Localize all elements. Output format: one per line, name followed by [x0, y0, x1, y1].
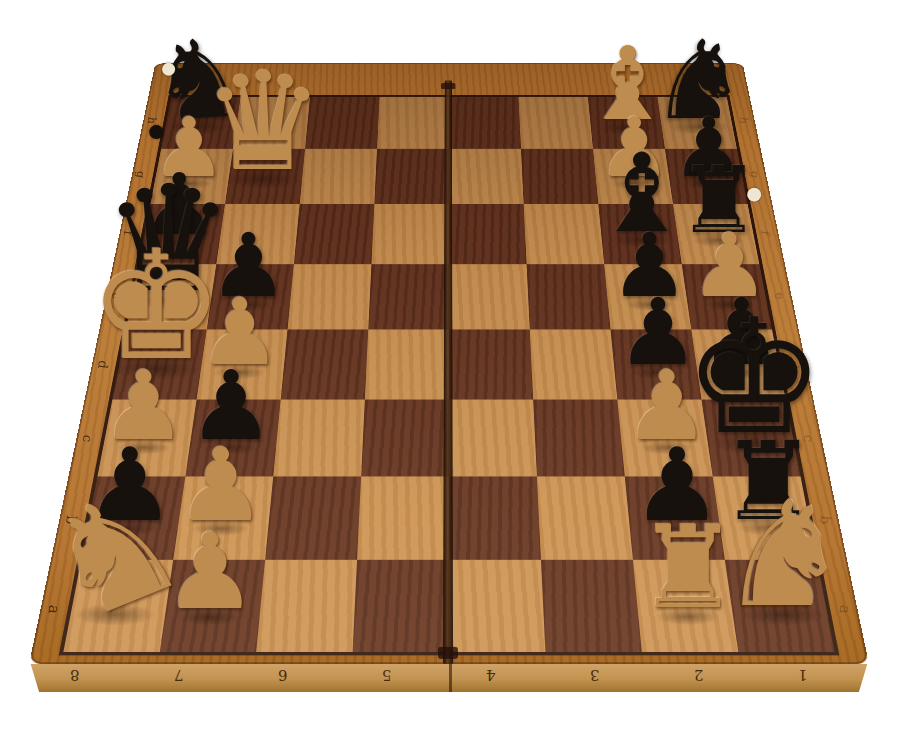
rank-label-4: 4	[486, 667, 496, 682]
rank-label-3: 3	[590, 667, 600, 682]
hinge-icon	[438, 647, 458, 659]
pawn-glyph: ♟	[163, 525, 257, 622]
square-b3[interactable]	[537, 476, 633, 560]
piece-shadow	[656, 608, 720, 625]
finial-ball-icon	[747, 188, 761, 202]
square-e5[interactable]	[368, 264, 449, 329]
square-g3[interactable]	[521, 148, 598, 204]
square-h4[interactable]	[449, 97, 521, 149]
square-c4[interactable]	[449, 400, 537, 477]
rank-label-2: 2	[694, 667, 704, 682]
knight-glyph: ♞	[718, 487, 849, 621]
square-a4[interactable]	[449, 560, 545, 652]
square-d5[interactable]	[365, 329, 449, 399]
rank-label-5: 5	[382, 667, 392, 682]
square-d3[interactable]	[530, 329, 618, 399]
rank-label-1: 1	[798, 667, 808, 682]
square-a5[interactable]	[353, 560, 449, 652]
square-g5[interactable]	[374, 148, 449, 204]
square-e6[interactable]	[288, 264, 372, 329]
square-f6[interactable]	[294, 204, 374, 264]
square-c6[interactable]	[273, 400, 365, 477]
square-c3[interactable]	[533, 400, 625, 477]
square-b6[interactable]	[265, 476, 361, 560]
board-fold-split	[449, 664, 452, 692]
square-e3[interactable]	[527, 264, 611, 329]
square-d4[interactable]	[449, 329, 533, 399]
finial-ball-icon	[150, 125, 164, 139]
rank-label-8: 8	[70, 667, 80, 682]
square-c5[interactable]	[361, 400, 449, 477]
white-knight-a1[interactable]: ♞	[718, 487, 849, 621]
board-fold-hinge-line	[443, 80, 453, 664]
rank-label-6: 6	[278, 667, 288, 682]
square-a3[interactable]	[541, 560, 642, 652]
square-f5[interactable]	[371, 204, 449, 264]
board-front-edge: 87654321	[29, 664, 869, 692]
piece-shadow	[180, 609, 239, 625]
square-b4[interactable]	[449, 476, 541, 560]
white-knight-a8[interactable]: ♞	[49, 487, 180, 621]
square-e4[interactable]	[449, 264, 530, 329]
hinge-icon	[441, 83, 455, 89]
square-d6[interactable]	[281, 329, 369, 399]
square-g4[interactable]	[449, 148, 524, 204]
square-h5[interactable]	[377, 97, 449, 149]
square-f4[interactable]	[449, 204, 527, 264]
rank-label-7: 7	[174, 667, 184, 682]
square-b5[interactable]	[357, 476, 449, 560]
white-pawn-a7[interactable]: ♟	[163, 525, 257, 622]
chess-board-photo: 87654321 ♞♟♛♟♛♟♚♟♟♟♟♟♞♟♝♞♟♟♝♜♟♟♟♟♟♚♟♜♜♞ …	[0, 0, 900, 744]
piece-shadow	[225, 169, 301, 189]
finial-ball-icon	[162, 63, 175, 76]
square-a6[interactable]	[256, 560, 357, 652]
